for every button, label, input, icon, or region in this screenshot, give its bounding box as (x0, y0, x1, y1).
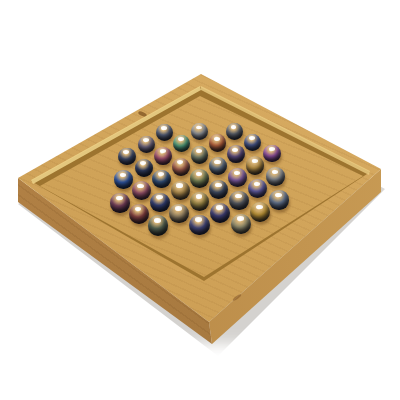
marble-highlight (249, 136, 255, 140)
marble-r4-c3[interactable] (209, 180, 228, 199)
marble-highlight (231, 125, 237, 129)
marble-r5-c5[interactable] (189, 215, 209, 235)
marble-highlight (196, 126, 202, 130)
marble-r3-c4[interactable] (171, 181, 190, 200)
marble-highlight (175, 206, 182, 210)
marble-r2-c1[interactable] (209, 134, 226, 151)
marble-r1-c3[interactable] (154, 147, 172, 165)
marble-r4-c2[interactable] (228, 168, 247, 187)
marble-highlight (120, 173, 126, 177)
marble-r1-c1[interactable] (191, 123, 208, 140)
marble-highlight (215, 183, 221, 187)
marble-highlight (158, 172, 164, 176)
marble-highlight (178, 137, 184, 141)
marble-r1-c4[interactable] (135, 159, 153, 177)
marble-highlight (214, 137, 220, 141)
marble-highlight (143, 138, 149, 142)
marble-r2-c0[interactable] (226, 123, 243, 140)
marble-r1-c5[interactable] (114, 170, 133, 189)
marble-r3-c2[interactable] (209, 157, 227, 175)
marble-r5-c1[interactable] (266, 167, 285, 186)
marble-r4-c0[interactable] (263, 145, 281, 163)
marble-r3-c0[interactable] (244, 134, 261, 151)
marble-highlight (161, 126, 167, 130)
marble-r5-c3[interactable] (229, 191, 248, 210)
marble-r5-c4[interactable] (210, 203, 230, 223)
marble-r2-c3[interactable] (172, 158, 190, 176)
marble-r3-c6[interactable] (129, 204, 149, 224)
marble-highlight (237, 216, 244, 220)
marble-highlight (116, 196, 123, 200)
marble-r3-c5[interactable] (150, 193, 169, 212)
marble-highlight (269, 147, 275, 151)
marble-highlight (195, 217, 202, 221)
marble-r6-c3[interactable] (250, 202, 270, 222)
marble-highlight (234, 171, 240, 175)
marble-r4-c4[interactable] (190, 192, 209, 211)
marble-highlight (123, 150, 129, 154)
marble-highlight (196, 172, 202, 176)
marble-r3-c1[interactable] (227, 145, 245, 163)
marble-r4-c1[interactable] (246, 156, 264, 174)
marble-r1-c2[interactable] (173, 135, 190, 152)
marble-highlight (256, 205, 263, 209)
marble-highlight (254, 182, 260, 186)
marble-highlight (177, 160, 183, 164)
marble-highlight (272, 170, 278, 174)
marble-highlight (214, 160, 220, 164)
marble-highlight (140, 161, 146, 165)
marble-r0-c2[interactable] (156, 124, 173, 141)
marble-highlight (275, 193, 282, 197)
marble-r2-c6[interactable] (110, 193, 129, 212)
marble-highlight (160, 149, 166, 153)
marble-r2-c5[interactable] (132, 181, 151, 200)
marble-r6-c4[interactable] (231, 214, 251, 234)
marble-highlight (135, 207, 142, 211)
marble-highlight (196, 149, 202, 153)
marble-r3-c3[interactable] (190, 169, 209, 188)
marble-r4-c5[interactable] (169, 204, 189, 224)
marble-highlight (156, 195, 163, 199)
marble-highlight (232, 148, 238, 152)
marble-r0-c3[interactable] (138, 136, 155, 153)
marble-highlight (235, 194, 242, 198)
marble-r5-c2[interactable] (248, 179, 267, 198)
marble-r0-c4[interactable] (118, 148, 136, 166)
solitaire-board-photo (0, 0, 400, 400)
marble-highlight (137, 184, 143, 188)
marble-highlight (176, 183, 182, 187)
marble-highlight (154, 218, 161, 222)
marble-r6-c2[interactable] (269, 190, 288, 209)
marble-highlight (216, 205, 223, 209)
marble-highlight (196, 194, 203, 198)
marble-r2-c4[interactable] (152, 170, 171, 189)
marble-grid (0, 0, 400, 400)
marble-r4-c6[interactable] (148, 215, 168, 235)
marble-r2-c2[interactable] (191, 146, 209, 164)
marble-highlight (252, 159, 258, 163)
